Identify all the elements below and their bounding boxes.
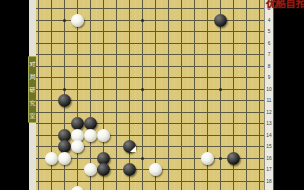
stone-white [84,129,97,142]
grid-line [90,0,91,190]
row-label: 12 [266,110,272,115]
grid-line [181,0,182,190]
grid-line [36,89,264,90]
grid-line [36,66,264,67]
row-label: 18 [266,179,272,184]
side-tab-char: 室 [30,113,36,119]
stone-black [214,14,227,27]
hoshi-point [219,157,222,160]
grid-line [36,43,264,44]
stone-white [84,163,97,176]
row-label: 5 [266,29,272,34]
stone-white [201,152,214,165]
board-texture-band [187,0,188,190]
row-label: 15 [266,144,272,149]
grid-line [194,0,195,190]
grid-line [36,77,264,78]
row-coordinate-ruler: 3456789101112131415161718 [264,0,274,190]
video-frame: 对局研究室 3456789101112131415161718 优酷自拍 [0,0,304,190]
stone-white [58,152,71,165]
row-label: 13 [266,121,272,126]
grid-line [77,0,78,190]
board-texture-band [83,0,84,190]
grid-line [36,31,264,32]
stone-black [58,94,71,107]
stone-black [97,163,110,176]
side-tab-char: 研 [30,87,36,93]
grid-line [36,112,264,113]
grid-line [155,0,156,190]
grid-line [129,0,130,190]
row-label: 16 [266,156,272,161]
stone-white [71,140,84,153]
board-texture-band [161,0,162,190]
stone-black [227,152,240,165]
grid-line [36,181,264,182]
board-texture-band [122,0,123,190]
stone-black [123,163,136,176]
grid-line [168,0,169,190]
grid-line [38,0,39,190]
row-label: 11 [266,98,272,103]
side-tab-char: 局 [30,74,36,80]
board-texture-band [135,0,136,190]
hoshi-point [141,19,144,22]
hoshi-point [219,88,222,91]
hoshi-point [141,88,144,91]
stone-white [71,14,84,27]
stone-white [97,129,110,142]
video-watermark: 优酷自拍 [266,0,304,11]
row-label: 10 [266,87,272,92]
hoshi-point [141,157,144,160]
stone-white [45,152,58,165]
row-label: 9 [266,75,272,80]
row-label: 4 [266,18,272,23]
grid-line [220,0,221,190]
hoshi-point [63,19,66,22]
grid-line [36,54,264,55]
side-tab-char: 对 [30,61,36,67]
last-move-marker [130,146,136,152]
row-label: 6 [266,41,272,46]
side-tab-char: 究 [30,100,36,106]
hoshi-point [63,88,66,91]
row-label: 17 [266,167,272,172]
grid-line [259,0,260,190]
stone-black [123,140,136,153]
grid-line [246,0,247,190]
row-label: 8 [266,64,272,69]
grid-line [142,0,143,190]
grid-line [116,0,117,190]
row-label: 7 [266,52,272,57]
go-board[interactable] [36,0,264,190]
board-texture-band [174,0,175,190]
grid-line [36,8,264,9]
row-label: 14 [266,133,272,138]
board-texture-band [252,0,253,190]
board-texture-band [148,0,149,190]
stone-white [149,163,162,176]
